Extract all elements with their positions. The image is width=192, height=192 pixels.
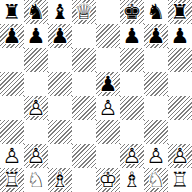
square-e7[interactable] <box>96 24 120 48</box>
piece-white-pawn: ♙ <box>168 144 192 168</box>
square-a3[interactable] <box>0 120 24 144</box>
piece-halo: ♞ <box>144 168 168 192</box>
piece-white-knight: ♘ <box>144 168 168 192</box>
piece-black-pawn: ♟ <box>168 24 192 48</box>
piece-black-pawn: ♟ <box>144 24 168 48</box>
square-c3[interactable] <box>48 120 72 144</box>
square-b2[interactable]: ♟♙ <box>24 144 48 168</box>
piece-black-pawn: ♟ <box>48 24 72 48</box>
square-a4[interactable] <box>0 96 24 120</box>
piece-halo: ♛ <box>72 0 96 24</box>
square-b8[interactable]: ♞♞ <box>24 0 48 24</box>
square-f7[interactable]: ♟♟ <box>120 24 144 48</box>
piece-black-pawn: ♟ <box>96 72 120 96</box>
piece-white-pawn: ♙ <box>24 144 48 168</box>
piece-halo: ♟ <box>144 144 168 168</box>
square-f1[interactable]: ♝♗ <box>120 168 144 192</box>
piece-halo: ♟ <box>24 144 48 168</box>
piece-halo: ♟ <box>24 24 48 48</box>
piece-halo: ♟ <box>120 144 144 168</box>
square-a2[interactable]: ♟♙ <box>0 144 24 168</box>
square-f2[interactable]: ♟♙ <box>120 144 144 168</box>
piece-halo: ♟ <box>168 144 192 168</box>
piece-halo: ♟ <box>48 24 72 48</box>
piece-halo: ♞ <box>24 0 48 24</box>
square-d7[interactable] <box>72 24 96 48</box>
square-a5[interactable] <box>0 72 24 96</box>
square-d6[interactable] <box>72 48 96 72</box>
square-c2[interactable] <box>48 144 72 168</box>
square-d1[interactable] <box>72 168 96 192</box>
square-g8[interactable]: ♞♞ <box>144 0 168 24</box>
piece-black-rook: ♜ <box>168 0 192 24</box>
piece-black-knight: ♞ <box>144 0 168 24</box>
piece-halo: ♝ <box>120 168 144 192</box>
square-g6[interactable] <box>144 48 168 72</box>
square-e1[interactable]: ♚♔ <box>96 168 120 192</box>
piece-black-bishop: ♝ <box>48 0 72 24</box>
square-a1[interactable]: ♜♖ <box>0 168 24 192</box>
square-c8[interactable]: ♝♝ <box>48 0 72 24</box>
square-e8[interactable] <box>96 0 120 24</box>
square-h7[interactable]: ♟♟ <box>168 24 192 48</box>
piece-white-rook: ♖ <box>0 168 24 192</box>
square-g1[interactable]: ♞♘ <box>144 168 168 192</box>
square-h6[interactable] <box>168 48 192 72</box>
piece-halo: ♟ <box>96 96 120 120</box>
piece-white-king: ♔ <box>96 168 120 192</box>
piece-white-knight: ♘ <box>24 168 48 192</box>
square-a7[interactable]: ♟♟ <box>0 24 24 48</box>
piece-white-pawn: ♙ <box>24 96 48 120</box>
square-e4[interactable]: ♟♙ <box>96 96 120 120</box>
piece-halo: ♝ <box>48 168 72 192</box>
piece-black-pawn: ♟ <box>24 24 48 48</box>
piece-white-rook: ♖ <box>168 168 192 192</box>
square-b3[interactable] <box>24 120 48 144</box>
piece-halo: ♟ <box>24 96 48 120</box>
piece-white-pawn: ♙ <box>144 144 168 168</box>
square-g7[interactable]: ♟♟ <box>144 24 168 48</box>
piece-halo: ♝ <box>48 0 72 24</box>
square-f4[interactable] <box>120 96 144 120</box>
piece-halo: ♜ <box>168 168 192 192</box>
piece-white-bishop: ♗ <box>120 168 144 192</box>
square-e2[interactable] <box>96 144 120 168</box>
square-d5[interactable] <box>72 72 96 96</box>
square-d4[interactable] <box>72 96 96 120</box>
square-g5[interactable] <box>144 72 168 96</box>
piece-halo: ♜ <box>0 0 24 24</box>
square-b7[interactable]: ♟♟ <box>24 24 48 48</box>
square-c5[interactable] <box>48 72 72 96</box>
square-h4[interactable] <box>168 96 192 120</box>
square-b4[interactable]: ♟♙ <box>24 96 48 120</box>
square-f3[interactable] <box>120 120 144 144</box>
piece-halo: ♟ <box>168 24 192 48</box>
square-h8[interactable]: ♜♜ <box>168 0 192 24</box>
square-d2[interactable] <box>72 144 96 168</box>
piece-halo: ♞ <box>24 168 48 192</box>
square-b1[interactable]: ♞♘ <box>24 168 48 192</box>
piece-halo: ♟ <box>0 144 24 168</box>
square-h2[interactable]: ♟♙ <box>168 144 192 168</box>
piece-black-knight: ♞ <box>24 0 48 24</box>
piece-black-pawn: ♟ <box>120 24 144 48</box>
piece-black-king: ♚ <box>120 0 144 24</box>
piece-white-pawn: ♙ <box>96 96 120 120</box>
square-b5[interactable] <box>24 72 48 96</box>
piece-halo: ♟ <box>144 24 168 48</box>
piece-halo: ♚ <box>96 168 120 192</box>
square-g4[interactable] <box>144 96 168 120</box>
square-h5[interactable] <box>168 72 192 96</box>
piece-white-pawn: ♙ <box>120 144 144 168</box>
square-e6[interactable] <box>96 48 120 72</box>
square-h1[interactable]: ♜♖ <box>168 168 192 192</box>
square-f6[interactable] <box>120 48 144 72</box>
piece-white-queen: ♕ <box>72 0 96 24</box>
square-g3[interactable] <box>144 120 168 144</box>
square-e5[interactable]: ♟♟ <box>96 72 120 96</box>
square-c4[interactable] <box>48 96 72 120</box>
square-a6[interactable] <box>0 48 24 72</box>
piece-halo: ♚ <box>120 0 144 24</box>
piece-halo: ♟ <box>0 24 24 48</box>
square-c1[interactable]: ♝♗ <box>48 168 72 192</box>
piece-halo: ♜ <box>0 168 24 192</box>
square-g2[interactable]: ♟♙ <box>144 144 168 168</box>
piece-halo: ♟ <box>120 24 144 48</box>
square-c6[interactable] <box>48 48 72 72</box>
piece-halo: ♜ <box>168 0 192 24</box>
piece-white-pawn: ♙ <box>0 144 24 168</box>
square-d8[interactable]: ♛♕ <box>72 0 96 24</box>
square-d3[interactable] <box>72 120 96 144</box>
square-a8[interactable]: ♜♜ <box>0 0 24 24</box>
square-f5[interactable] <box>120 72 144 96</box>
piece-black-pawn: ♟ <box>0 24 24 48</box>
chess-board: ♜♜♞♞♝♝♛♕♚♚♞♞♜♜♟♟♟♟♟♟♟♟♟♟♟♟♟♟♟♙♟♙♟♙♟♙♟♙♟♙… <box>0 0 192 192</box>
square-c7[interactable]: ♟♟ <box>48 24 72 48</box>
piece-black-rook: ♜ <box>0 0 24 24</box>
piece-halo: ♞ <box>144 0 168 24</box>
square-b6[interactable] <box>24 48 48 72</box>
piece-halo: ♟ <box>96 72 120 96</box>
square-e3[interactable] <box>96 120 120 144</box>
square-f8[interactable]: ♚♚ <box>120 0 144 24</box>
square-h3[interactable] <box>168 120 192 144</box>
piece-white-bishop: ♗ <box>48 168 72 192</box>
